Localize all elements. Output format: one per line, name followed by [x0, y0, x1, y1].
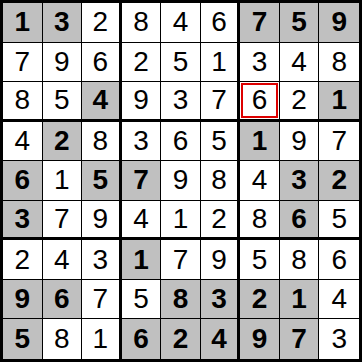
cell-r5c3[interactable]: 5 — [82, 161, 122, 201]
cell-r6c7[interactable]: 8 — [240, 201, 280, 241]
cell-r1c6[interactable]: 6 — [201, 3, 241, 43]
cell-r6c4[interactable]: 4 — [122, 201, 162, 241]
cell-r3c1[interactable]: 8 — [3, 82, 43, 122]
cell-r2c5[interactable]: 5 — [161, 43, 201, 83]
cell-r6c2[interactable]: 7 — [43, 201, 83, 241]
cell-r7c2[interactable]: 4 — [43, 240, 83, 280]
cell-r2c2[interactable]: 9 — [43, 43, 83, 83]
cell-r1c2[interactable]: 3 — [43, 3, 83, 43]
cell-r3c5[interactable]: 3 — [161, 82, 201, 122]
cell-r2c7[interactable]: 3 — [240, 43, 280, 83]
cell-r7c1[interactable]: 2 — [3, 240, 43, 280]
cell-r8c5[interactable]: 8 — [161, 280, 201, 320]
cell-r2c9[interactable]: 8 — [319, 43, 359, 83]
cell-r7c5[interactable]: 7 — [161, 240, 201, 280]
cell-r8c9[interactable]: 4 — [319, 280, 359, 320]
cell-r4c5[interactable]: 6 — [161, 122, 201, 162]
cell-r1c8[interactable]: 5 — [280, 3, 320, 43]
cell-r6c9[interactable]: 5 — [319, 201, 359, 241]
cell-r4c6[interactable]: 5 — [201, 122, 241, 162]
cell-r9c9[interactable]: 3 — [319, 319, 359, 359]
cell-r4c3[interactable]: 8 — [82, 122, 122, 162]
cell-r2c1[interactable]: 7 — [3, 43, 43, 83]
cell-r9c5[interactable]: 2 — [161, 319, 201, 359]
cell-r7c8[interactable]: 8 — [280, 240, 320, 280]
cell-r4c7[interactable]: 1 — [240, 122, 280, 162]
cell-r5c2[interactable]: 1 — [43, 161, 83, 201]
cell-r9c3[interactable]: 1 — [82, 319, 122, 359]
cell-r3c3[interactable]: 4 — [82, 82, 122, 122]
cell-r4c8[interactable]: 9 — [280, 122, 320, 162]
cell-r2c8[interactable]: 4 — [280, 43, 320, 83]
cell-r8c3[interactable]: 7 — [82, 280, 122, 320]
cell-r2c6[interactable]: 1 — [201, 43, 241, 83]
cell-r6c8[interactable]: 6 — [280, 201, 320, 241]
cell-r4c9[interactable]: 7 — [319, 122, 359, 162]
cell-r7c9[interactable]: 6 — [319, 240, 359, 280]
cell-r6c1[interactable]: 3 — [3, 201, 43, 241]
cell-r7c6[interactable]: 9 — [201, 240, 241, 280]
cell-r1c5[interactable]: 4 — [161, 3, 201, 43]
cell-r8c7[interactable]: 2 — [240, 280, 280, 320]
sudoku-board: 1328467597962513488549376214283651976157… — [0, 0, 362, 362]
cell-r1c3[interactable]: 2 — [82, 3, 122, 43]
cell-r8c1[interactable]: 9 — [3, 280, 43, 320]
cell-r4c1[interactable]: 4 — [3, 122, 43, 162]
cell-r8c2[interactable]: 6 — [43, 280, 83, 320]
cell-r8c8[interactable]: 1 — [280, 280, 320, 320]
cell-r6c5[interactable]: 1 — [161, 201, 201, 241]
cell-r5c6[interactable]: 8 — [201, 161, 241, 201]
cell-r3c9[interactable]: 1 — [319, 82, 359, 122]
cell-r9c4[interactable]: 6 — [122, 319, 162, 359]
cell-r4c4[interactable]: 3 — [122, 122, 162, 162]
cell-r5c9[interactable]: 2 — [319, 161, 359, 201]
cell-r1c9[interactable]: 9 — [319, 3, 359, 43]
cell-r9c7[interactable]: 9 — [240, 319, 280, 359]
cell-r9c8[interactable]: 7 — [280, 319, 320, 359]
cell-r6c3[interactable]: 9 — [82, 201, 122, 241]
cell-r5c7[interactable]: 4 — [240, 161, 280, 201]
cell-r7c3[interactable]: 3 — [82, 240, 122, 280]
cell-r5c8[interactable]: 3 — [280, 161, 320, 201]
cell-r9c2[interactable]: 8 — [43, 319, 83, 359]
cell-r4c2[interactable]: 2 — [43, 122, 83, 162]
cell-r5c5[interactable]: 9 — [161, 161, 201, 201]
cell-r9c1[interactable]: 5 — [3, 319, 43, 359]
cell-r3c2[interactable]: 5 — [43, 82, 83, 122]
cell-r1c7[interactable]: 7 — [240, 3, 280, 43]
cell-r2c3[interactable]: 6 — [82, 43, 122, 83]
cell-r8c4[interactable]: 5 — [122, 280, 162, 320]
cell-r6c6[interactable]: 2 — [201, 201, 241, 241]
cell-r1c4[interactable]: 8 — [122, 3, 162, 43]
cell-r7c7[interactable]: 5 — [240, 240, 280, 280]
cell-r7c4[interactable]: 1 — [122, 240, 162, 280]
cell-r3c7[interactable]: 6 — [240, 82, 280, 122]
cell-r9c6[interactable]: 4 — [201, 319, 241, 359]
cell-r5c1[interactable]: 6 — [3, 161, 43, 201]
cell-r3c6[interactable]: 7 — [201, 82, 241, 122]
cell-r5c4[interactable]: 7 — [122, 161, 162, 201]
cell-r3c4[interactable]: 9 — [122, 82, 162, 122]
cell-r8c6[interactable]: 3 — [201, 280, 241, 320]
cell-r1c1[interactable]: 1 — [3, 3, 43, 43]
cell-r2c4[interactable]: 2 — [122, 43, 162, 83]
cell-r3c8[interactable]: 2 — [280, 82, 320, 122]
